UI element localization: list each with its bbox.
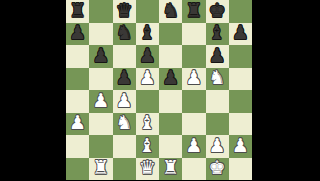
square-c7[interactable]: ♞	[113, 23, 136, 46]
chess-board: ♜♛♞♜♚♟♞♝♝♟♟♟♟♟♟♟♟♞♟♟♟♞♝♝♟♟♟♜♛♜♚	[66, 0, 252, 180]
square-b7[interactable]	[89, 23, 112, 46]
square-f7[interactable]	[182, 23, 205, 46]
square-f2[interactable]: ♟	[182, 135, 205, 158]
square-e2[interactable]	[159, 135, 182, 158]
square-f5[interactable]: ♟	[182, 68, 205, 91]
square-h3[interactable]	[229, 113, 252, 136]
square-b8[interactable]	[89, 0, 112, 23]
square-d1[interactable]: ♛	[136, 158, 159, 181]
square-g4[interactable]	[206, 90, 229, 113]
black-knight-icon[interactable]: ♞	[116, 23, 133, 42]
square-c3[interactable]: ♞	[113, 113, 136, 136]
square-a3[interactable]: ♟	[66, 113, 89, 136]
square-b5[interactable]	[89, 68, 112, 91]
white-pawn-icon[interactable]: ♟	[185, 136, 202, 155]
square-d3[interactable]: ♝	[136, 113, 159, 136]
white-king-icon[interactable]: ♚	[209, 158, 226, 177]
black-rook-icon[interactable]: ♜	[185, 1, 202, 20]
square-h4[interactable]	[229, 90, 252, 113]
square-a8[interactable]: ♜	[66, 0, 89, 23]
white-knight-icon[interactable]: ♞	[209, 68, 226, 87]
black-rook-icon[interactable]: ♜	[69, 1, 86, 20]
square-f3[interactable]	[182, 113, 205, 136]
square-d7[interactable]: ♝	[136, 23, 159, 46]
square-e3[interactable]	[159, 113, 182, 136]
white-pawn-icon[interactable]: ♟	[139, 68, 156, 87]
square-d5[interactable]: ♟	[136, 68, 159, 91]
square-e4[interactable]	[159, 90, 182, 113]
black-knight-icon[interactable]: ♞	[162, 1, 179, 20]
white-pawn-icon[interactable]: ♟	[69, 113, 86, 132]
square-h7[interactable]: ♟	[229, 23, 252, 46]
black-queen-icon[interactable]: ♛	[116, 1, 133, 20]
square-h8[interactable]	[229, 0, 252, 23]
square-e1[interactable]: ♜	[159, 158, 182, 181]
square-b1[interactable]: ♜	[89, 158, 112, 181]
black-bishop-icon[interactable]: ♝	[209, 23, 226, 42]
square-h5[interactable]	[229, 68, 252, 91]
black-pawn-icon[interactable]: ♟	[232, 23, 249, 42]
square-h6[interactable]	[229, 45, 252, 68]
black-pawn-icon[interactable]: ♟	[139, 46, 156, 65]
square-g7[interactable]: ♝	[206, 23, 229, 46]
square-a2[interactable]	[66, 135, 89, 158]
square-d2[interactable]: ♝	[136, 135, 159, 158]
letterbox-left	[0, 0, 66, 180]
square-b6[interactable]: ♟	[89, 45, 112, 68]
square-d4[interactable]	[136, 90, 159, 113]
square-a6[interactable]	[66, 45, 89, 68]
black-king-icon[interactable]: ♚	[209, 1, 226, 20]
white-bishop-icon[interactable]: ♝	[139, 136, 156, 155]
black-pawn-icon[interactable]: ♟	[116, 68, 133, 87]
square-c4[interactable]: ♟	[113, 90, 136, 113]
square-f8[interactable]: ♜	[182, 0, 205, 23]
square-g8[interactable]: ♚	[206, 0, 229, 23]
black-bishop-icon[interactable]: ♝	[139, 23, 156, 42]
black-pawn-icon[interactable]: ♟	[209, 46, 226, 65]
square-g2[interactable]: ♟	[206, 135, 229, 158]
square-g1[interactable]: ♚	[206, 158, 229, 181]
square-f6[interactable]	[182, 45, 205, 68]
black-pawn-icon[interactable]: ♟	[69, 23, 86, 42]
white-pawn-icon[interactable]: ♟	[116, 91, 133, 110]
square-b4[interactable]: ♟	[89, 90, 112, 113]
square-f1[interactable]	[182, 158, 205, 181]
white-rook-icon[interactable]: ♜	[162, 158, 179, 177]
square-g3[interactable]	[206, 113, 229, 136]
square-a1[interactable]	[66, 158, 89, 181]
square-e8[interactable]: ♞	[159, 0, 182, 23]
square-e5[interactable]: ♟	[159, 68, 182, 91]
square-c6[interactable]	[113, 45, 136, 68]
square-c1[interactable]	[113, 158, 136, 181]
square-d6[interactable]: ♟	[136, 45, 159, 68]
square-c5[interactable]: ♟	[113, 68, 136, 91]
square-b3[interactable]	[89, 113, 112, 136]
square-a7[interactable]: ♟	[66, 23, 89, 46]
square-d8[interactable]	[136, 0, 159, 23]
white-pawn-icon[interactable]: ♟	[209, 136, 226, 155]
square-a5[interactable]	[66, 68, 89, 91]
black-pawn-icon[interactable]: ♟	[92, 46, 109, 65]
square-h1[interactable]	[229, 158, 252, 181]
square-b2[interactable]	[89, 135, 112, 158]
square-c8[interactable]: ♛	[113, 0, 136, 23]
white-pawn-icon[interactable]: ♟	[232, 136, 249, 155]
black-pawn-icon[interactable]: ♟	[162, 68, 179, 87]
square-f4[interactable]	[182, 90, 205, 113]
square-e7[interactable]	[159, 23, 182, 46]
white-bishop-icon[interactable]: ♝	[139, 113, 156, 132]
square-h2[interactable]: ♟	[229, 135, 252, 158]
white-knight-icon[interactable]: ♞	[116, 113, 133, 132]
white-pawn-icon[interactable]: ♟	[185, 68, 202, 87]
white-rook-icon[interactable]: ♜	[92, 158, 109, 177]
square-e6[interactable]	[159, 45, 182, 68]
white-queen-icon[interactable]: ♛	[139, 158, 156, 177]
square-g5[interactable]: ♞	[206, 68, 229, 91]
white-pawn-icon[interactable]: ♟	[92, 91, 109, 110]
letterbox-right	[252, 0, 320, 180]
square-a4[interactable]	[66, 90, 89, 113]
square-g6[interactable]: ♟	[206, 45, 229, 68]
chess-app-stage: ♜♛♞♜♚♟♞♝♝♟♟♟♟♟♟♟♟♞♟♟♟♞♝♝♟♟♟♜♛♜♚	[0, 0, 320, 180]
square-c2[interactable]	[113, 135, 136, 158]
